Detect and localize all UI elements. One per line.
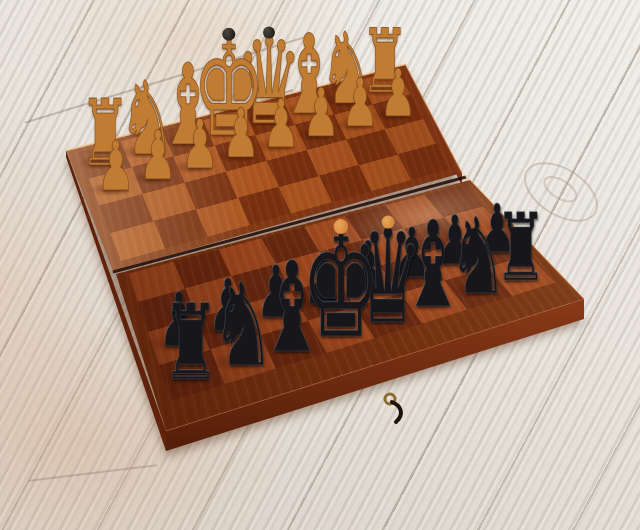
black-queen-finial	[381, 216, 394, 229]
black-king-finial	[333, 219, 348, 234]
piece-white-pawn[interactable]: ♟	[181, 111, 219, 179]
piece-white-pawn[interactable]: ♟	[222, 100, 260, 168]
piece-black-knight[interactable]: ♞	[211, 268, 275, 383]
white-king-finial	[223, 27, 236, 40]
piece-white-pawn[interactable]: ♟	[96, 133, 134, 202]
piece-white-pawn[interactable]: ♟	[262, 91, 299, 158]
pieces-layer: ♜♞♝♚♛♝♞♜♟♟♟♟♟♟♟♟♟♟♟♟♟♟♟♟♜♞♝♚♛♝♞♜	[0, 0, 640, 530]
piece-white-pawn[interactable]: ♟	[379, 61, 416, 127]
piece-white-pawn[interactable]: ♟	[302, 80, 339, 147]
piece-black-rook[interactable]: ♜	[162, 291, 220, 396]
scene: ♜♞♝♚♛♝♞♜♟♟♟♟♟♟♟♟♟♟♟♟♟♟♟♟♜♞♝♚♛♝♞♜	[0, 0, 640, 530]
piece-white-pawn[interactable]: ♟	[139, 122, 177, 190]
piece-white-pawn[interactable]: ♟	[341, 70, 378, 137]
